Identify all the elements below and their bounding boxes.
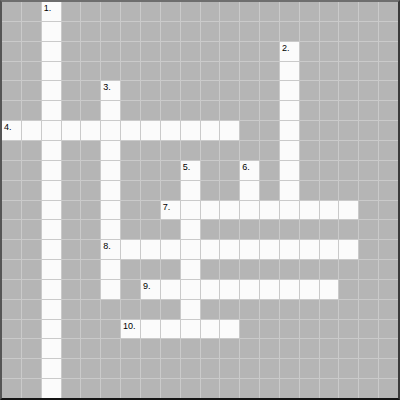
open-cell-r1c2[interactable] [42, 22, 61, 41]
block-cell-r3c1 [22, 62, 41, 81]
block-cell-r19c16 [320, 379, 339, 398]
open-cell-r12c17[interactable] [339, 240, 358, 259]
block-cell-r1c15 [300, 22, 319, 41]
block-cell-r8c4 [81, 161, 100, 180]
block-cell-r0c17 [339, 2, 358, 21]
block-cell-r6c12 [240, 121, 259, 140]
open-cell-r3c14[interactable] [280, 62, 299, 81]
block-cell-r18c17 [339, 359, 358, 378]
block-cell-r13c17 [339, 260, 358, 279]
open-cell-r0c2[interactable]: 1. [42, 2, 61, 21]
open-cell-r16c10[interactable] [201, 320, 220, 339]
block-cell-r1c11 [220, 22, 239, 41]
block-cell-r2c15 [300, 42, 319, 61]
block-cell-r1c13 [260, 22, 279, 41]
block-cell-r9c19 [379, 181, 398, 200]
open-cell-r14c12[interactable] [240, 280, 259, 299]
open-cell-r6c10[interactable] [201, 121, 220, 140]
open-cell-r10c14[interactable] [280, 201, 299, 220]
block-cell-r10c4 [81, 201, 100, 220]
block-cell-r18c9 [181, 359, 200, 378]
open-cell-r10c15[interactable] [300, 201, 319, 220]
block-cell-r19c3 [62, 379, 81, 398]
clue-number-1: 1. [44, 3, 52, 13]
open-cell-r6c14[interactable] [280, 121, 299, 140]
block-cell-r12c18 [359, 240, 378, 259]
open-cell-r8c14[interactable] [280, 161, 299, 180]
block-cell-r17c11 [220, 339, 239, 358]
block-cell-r2c7 [141, 42, 160, 61]
block-cell-r0c12 [240, 2, 259, 21]
open-cell-r10c8[interactable]: 7. [161, 201, 180, 220]
open-cell-r14c2[interactable] [42, 280, 61, 299]
open-cell-r12c10[interactable] [201, 240, 220, 259]
block-cell-r0c14 [280, 2, 299, 21]
open-cell-r12c12[interactable] [240, 240, 259, 259]
block-cell-r0c19 [379, 2, 398, 21]
block-cell-r4c18 [359, 81, 378, 100]
open-cell-r14c14[interactable] [280, 280, 299, 299]
block-cell-r18c5 [101, 359, 120, 378]
block-cell-r9c15 [300, 181, 319, 200]
open-cell-r7c14[interactable] [280, 141, 299, 160]
block-cell-r18c19 [379, 359, 398, 378]
block-cell-r4c17 [339, 81, 358, 100]
open-cell-r14c16[interactable] [320, 280, 339, 299]
open-cell-r6c6[interactable] [121, 121, 140, 140]
block-cell-r2c13 [260, 42, 279, 61]
block-cell-r16c15 [300, 320, 319, 339]
block-cell-r11c0 [2, 220, 21, 239]
open-cell-r10c17[interactable] [339, 201, 358, 220]
block-cell-r2c18 [359, 42, 378, 61]
block-cell-r9c6 [121, 181, 140, 200]
block-cell-r14c19 [379, 280, 398, 299]
open-cell-r5c14[interactable] [280, 101, 299, 120]
block-cell-r1c0 [2, 22, 21, 41]
block-cell-r3c13 [260, 62, 279, 81]
block-cell-r11c10 [201, 220, 220, 239]
open-cell-r13c9[interactable] [181, 260, 200, 279]
block-cell-r4c0 [2, 81, 21, 100]
block-cell-r15c19 [379, 300, 398, 319]
block-cell-r16c0 [2, 320, 21, 339]
open-cell-r14c7[interactable]: 9. [141, 280, 160, 299]
block-cell-r15c18 [359, 300, 378, 319]
open-cell-r4c2[interactable] [42, 81, 61, 100]
open-cell-r6c0[interactable]: 4. [2, 121, 21, 140]
block-cell-r3c19 [379, 62, 398, 81]
block-cell-r19c9 [181, 379, 200, 398]
block-cell-r4c9 [181, 81, 200, 100]
block-cell-r2c17 [339, 42, 358, 61]
block-cell-r18c7 [141, 359, 160, 378]
open-cell-r3c2[interactable] [42, 62, 61, 81]
block-cell-r13c11 [220, 260, 239, 279]
open-cell-r12c9[interactable] [181, 240, 200, 259]
block-cell-r8c18 [359, 161, 378, 180]
open-cell-r9c9[interactable] [181, 181, 200, 200]
block-cell-r11c16 [320, 220, 339, 239]
block-cell-r6c13 [260, 121, 279, 140]
block-cell-r3c7 [141, 62, 160, 81]
open-cell-r11c9[interactable] [181, 220, 200, 239]
block-cell-r5c13 [260, 101, 279, 120]
open-cell-r10c16[interactable] [320, 201, 339, 220]
open-cell-r12c2[interactable] [42, 240, 61, 259]
open-cell-r16c7[interactable] [141, 320, 160, 339]
block-cell-r17c18 [359, 339, 378, 358]
open-cell-r11c2[interactable] [42, 220, 61, 239]
block-cell-r17c9 [181, 339, 200, 358]
open-cell-r11c5[interactable] [101, 220, 120, 239]
block-cell-r7c9 [181, 141, 200, 160]
open-cell-r15c9[interactable] [181, 300, 200, 319]
block-cell-r0c16 [320, 2, 339, 21]
open-cell-r6c4[interactable] [81, 121, 100, 140]
block-cell-r19c10 [201, 379, 220, 398]
block-cell-r5c7 [141, 101, 160, 120]
open-cell-r6c5[interactable] [101, 121, 120, 140]
block-cell-r2c6 [121, 42, 140, 61]
block-cell-r3c12 [240, 62, 259, 81]
open-cell-r10c9[interactable] [181, 201, 200, 220]
block-cell-r15c16 [320, 300, 339, 319]
block-cell-r4c6 [121, 81, 140, 100]
open-cell-r12c6[interactable] [121, 240, 140, 259]
block-cell-r15c10 [201, 300, 220, 319]
block-cell-r18c1 [22, 359, 41, 378]
block-cell-r10c6 [121, 201, 140, 220]
block-cell-r3c0 [2, 62, 21, 81]
block-cell-r19c18 [359, 379, 378, 398]
open-cell-r12c5[interactable]: 8. [101, 240, 120, 259]
block-cell-r4c7 [141, 81, 160, 100]
block-cell-r16c13 [260, 320, 279, 339]
block-cell-r2c11 [220, 42, 239, 61]
block-cell-r0c15 [300, 2, 319, 21]
open-cell-r10c13[interactable] [260, 201, 279, 220]
block-cell-r4c3 [62, 81, 81, 100]
block-cell-r0c9 [181, 2, 200, 21]
open-cell-r16c6[interactable]: 10. [121, 320, 140, 339]
block-cell-r9c1 [22, 181, 41, 200]
block-cell-r5c9 [181, 101, 200, 120]
block-cell-r16c1 [22, 320, 41, 339]
block-cell-r15c0 [2, 300, 21, 319]
block-cell-r3c9 [181, 62, 200, 81]
block-cell-r5c0 [2, 101, 21, 120]
block-cell-r15c12 [240, 300, 259, 319]
block-cell-r2c8 [161, 42, 180, 61]
block-cell-r18c10 [201, 359, 220, 378]
block-cell-r7c12 [240, 141, 259, 160]
block-cell-r5c10 [201, 101, 220, 120]
block-cell-r5c3 [62, 101, 81, 120]
block-cell-r7c10 [201, 141, 220, 160]
block-cell-r15c8 [161, 300, 180, 319]
block-cell-r19c0 [2, 379, 21, 398]
block-cell-r1c14 [280, 22, 299, 41]
open-cell-r9c2[interactable] [42, 181, 61, 200]
block-cell-r15c13 [260, 300, 279, 319]
open-cell-r9c5[interactable] [101, 181, 120, 200]
block-cell-r3c4 [81, 62, 100, 81]
open-cell-r14c10[interactable] [201, 280, 220, 299]
open-cell-r18c2[interactable] [42, 359, 61, 378]
open-cell-r16c11[interactable] [220, 320, 239, 339]
block-cell-r2c19 [379, 42, 398, 61]
open-cell-r10c12[interactable] [240, 201, 259, 220]
block-cell-r2c10 [201, 42, 220, 61]
open-cell-r9c12[interactable] [240, 181, 259, 200]
block-cell-r8c7 [141, 161, 160, 180]
block-cell-r19c1 [22, 379, 41, 398]
block-cell-r9c13 [260, 181, 279, 200]
block-cell-r19c11 [220, 379, 239, 398]
open-cell-r10c2[interactable] [42, 201, 61, 220]
open-cell-r12c11[interactable] [220, 240, 239, 259]
open-cell-r15c2[interactable] [42, 300, 61, 319]
block-cell-r19c8 [161, 379, 180, 398]
block-cell-r1c8 [161, 22, 180, 41]
block-cell-r11c4 [81, 220, 100, 239]
open-cell-r17c2[interactable] [42, 339, 61, 358]
block-cell-r14c18 [359, 280, 378, 299]
block-cell-r1c10 [201, 22, 220, 41]
block-cell-r13c15 [300, 260, 319, 279]
open-cell-r12c16[interactable] [320, 240, 339, 259]
block-cell-r16c18 [359, 320, 378, 339]
block-cell-r11c14 [280, 220, 299, 239]
block-cell-r11c3 [62, 220, 81, 239]
block-cell-r6c17 [339, 121, 358, 140]
clue-number-4: 4. [4, 122, 12, 132]
block-cell-r16c12 [240, 320, 259, 339]
block-cell-r7c4 [81, 141, 100, 160]
open-cell-r8c9[interactable]: 5. [181, 161, 200, 180]
block-cell-r13c3 [62, 260, 81, 279]
open-cell-r6c7[interactable] [141, 121, 160, 140]
block-cell-r17c0 [2, 339, 21, 358]
block-cell-r13c8 [161, 260, 180, 279]
block-cell-r8c15 [300, 161, 319, 180]
block-cell-r16c5 [101, 320, 120, 339]
block-cell-r7c7 [141, 141, 160, 160]
open-cell-r14c5[interactable] [101, 280, 120, 299]
block-cell-r17c6 [121, 339, 140, 358]
block-cell-r0c3 [62, 2, 81, 21]
block-cell-r3c6 [121, 62, 140, 81]
block-cell-r19c5 [101, 379, 120, 398]
block-cell-r16c19 [379, 320, 398, 339]
block-cell-r13c19 [379, 260, 398, 279]
block-cell-r12c1 [22, 240, 41, 259]
block-cell-r12c4 [81, 240, 100, 259]
block-cell-r1c18 [359, 22, 378, 41]
block-cell-r19c19 [379, 379, 398, 398]
block-cell-r3c3 [62, 62, 81, 81]
clue-number-10: 10. [123, 321, 136, 331]
open-cell-r2c14[interactable]: 2. [280, 42, 299, 61]
open-cell-r13c5[interactable] [101, 260, 120, 279]
block-cell-r2c5 [101, 42, 120, 61]
open-cell-r19c2[interactable] [42, 379, 61, 398]
block-cell-r17c4 [81, 339, 100, 358]
block-cell-r7c1 [22, 141, 41, 160]
block-cell-r9c0 [2, 181, 21, 200]
block-cell-r4c4 [81, 81, 100, 100]
block-cell-r8c1 [22, 161, 41, 180]
block-cell-r2c1 [22, 42, 41, 61]
block-cell-r19c4 [81, 379, 100, 398]
open-cell-r13c2[interactable] [42, 260, 61, 279]
block-cell-r8c0 [2, 161, 21, 180]
open-cell-r6c3[interactable] [62, 121, 81, 140]
block-cell-r9c10 [201, 181, 220, 200]
block-cell-r5c1 [22, 101, 41, 120]
clue-number-7: 7. [163, 202, 171, 212]
block-cell-r2c4 [81, 42, 100, 61]
block-cell-r6c19 [379, 121, 398, 140]
open-cell-r16c8[interactable] [161, 320, 180, 339]
block-cell-r7c13 [260, 141, 279, 160]
block-cell-r8c16 [320, 161, 339, 180]
open-cell-r6c1[interactable] [22, 121, 41, 140]
block-cell-r19c14 [280, 379, 299, 398]
open-cell-r14c8[interactable] [161, 280, 180, 299]
block-cell-r15c7 [141, 300, 160, 319]
block-cell-r1c16 [320, 22, 339, 41]
block-cell-r9c18 [359, 181, 378, 200]
open-cell-r12c8[interactable] [161, 240, 180, 259]
crossword-board: 1.2.3.4.5.6.7.8.9.10. [0, 0, 400, 400]
clue-number-3: 3. [103, 82, 111, 92]
open-cell-r10c10[interactable] [201, 201, 220, 220]
block-cell-r11c11 [220, 220, 239, 239]
block-cell-r11c1 [22, 220, 41, 239]
open-cell-r14c15[interactable] [300, 280, 319, 299]
block-cell-r17c5 [101, 339, 120, 358]
block-cell-r12c0 [2, 240, 21, 259]
block-cell-r0c13 [260, 2, 279, 21]
open-cell-r12c14[interactable] [280, 240, 299, 259]
open-cell-r16c2[interactable] [42, 320, 61, 339]
open-cell-r16c9[interactable] [181, 320, 200, 339]
block-cell-r4c12 [240, 81, 259, 100]
block-cell-r4c8 [161, 81, 180, 100]
block-cell-r18c6 [121, 359, 140, 378]
block-cell-r4c19 [379, 81, 398, 100]
open-cell-r12c13[interactable] [260, 240, 279, 259]
block-cell-r10c0 [2, 201, 21, 220]
block-cell-r0c11 [220, 2, 239, 21]
block-cell-r15c4 [81, 300, 100, 319]
open-cell-r9c14[interactable] [280, 181, 299, 200]
block-cell-r18c15 [300, 359, 319, 378]
block-cell-r6c18 [359, 121, 378, 140]
block-cell-r5c15 [300, 101, 319, 120]
open-cell-r14c13[interactable] [260, 280, 279, 299]
block-cell-r13c10 [201, 260, 220, 279]
open-cell-r7c5[interactable] [101, 141, 120, 160]
open-cell-r5c5[interactable] [101, 101, 120, 120]
open-cell-r2c2[interactable] [42, 42, 61, 61]
open-cell-r6c2[interactable] [42, 121, 61, 140]
open-cell-r4c5[interactable]: 3. [101, 81, 120, 100]
block-cell-r1c17 [339, 22, 358, 41]
block-cell-r18c14 [280, 359, 299, 378]
block-cell-r14c3 [62, 280, 81, 299]
block-cell-r15c5 [101, 300, 120, 319]
block-cell-r10c1 [22, 201, 41, 220]
block-cell-r8c19 [379, 161, 398, 180]
block-cell-r10c7 [141, 201, 160, 220]
open-cell-r5c2[interactable] [42, 101, 61, 120]
block-cell-r18c4 [81, 359, 100, 378]
open-cell-r6c11[interactable] [220, 121, 239, 140]
open-cell-r14c11[interactable] [220, 280, 239, 299]
open-cell-r14c9[interactable] [181, 280, 200, 299]
block-cell-r14c17 [339, 280, 358, 299]
open-cell-r8c2[interactable] [42, 161, 61, 180]
block-cell-r13c16 [320, 260, 339, 279]
block-cell-r17c14 [280, 339, 299, 358]
block-cell-r0c7 [141, 2, 160, 21]
open-cell-r7c2[interactable] [42, 141, 61, 160]
block-cell-r9c17 [339, 181, 358, 200]
open-cell-r10c11[interactable] [220, 201, 239, 220]
block-cell-r18c11 [220, 359, 239, 378]
block-cell-r13c0 [2, 260, 21, 279]
block-cell-r1c7 [141, 22, 160, 41]
block-cell-r10c3 [62, 201, 81, 220]
block-cell-r5c16 [320, 101, 339, 120]
block-cell-r7c19 [379, 141, 398, 160]
block-cell-r8c13 [260, 161, 279, 180]
block-cell-r11c17 [339, 220, 358, 239]
open-cell-r8c12[interactable]: 6. [240, 161, 259, 180]
block-cell-r1c1 [22, 22, 41, 41]
open-cell-r12c7[interactable] [141, 240, 160, 259]
block-cell-r13c13 [260, 260, 279, 279]
block-cell-r3c11 [220, 62, 239, 81]
block-cell-r1c9 [181, 22, 200, 41]
open-cell-r8c5[interactable] [101, 161, 120, 180]
open-cell-r4c14[interactable] [280, 81, 299, 100]
block-cell-r19c17 [339, 379, 358, 398]
block-cell-r3c18 [359, 62, 378, 81]
block-cell-r0c8 [161, 2, 180, 21]
block-cell-r13c18 [359, 260, 378, 279]
block-cell-r11c13 [260, 220, 279, 239]
block-cell-r11c8 [161, 220, 180, 239]
block-cell-r13c14 [280, 260, 299, 279]
block-cell-r2c16 [320, 42, 339, 61]
block-cell-r16c4 [81, 320, 100, 339]
block-cell-r4c1 [22, 81, 41, 100]
block-cell-r8c11 [220, 161, 239, 180]
open-cell-r6c9[interactable] [181, 121, 200, 140]
open-cell-r6c8[interactable] [161, 121, 180, 140]
block-cell-r7c8 [161, 141, 180, 160]
block-cell-r15c17 [339, 300, 358, 319]
clue-number-8: 8. [103, 241, 111, 251]
open-cell-r10c5[interactable] [101, 201, 120, 220]
block-cell-r12c19 [379, 240, 398, 259]
block-cell-r11c12 [240, 220, 259, 239]
open-cell-r12c15[interactable] [300, 240, 319, 259]
